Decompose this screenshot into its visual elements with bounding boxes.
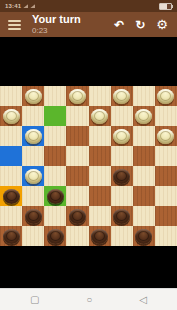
move-timer: 0:23	[32, 27, 81, 35]
android-nav-bar: ▢ ○ ◁	[0, 288, 177, 310]
signal-icon	[23, 4, 28, 8]
square-r5c6[interactable]	[133, 186, 155, 206]
black-piece[interactable]	[3, 189, 20, 204]
battery-icon	[159, 3, 172, 10]
square-r5c3[interactable]	[66, 186, 88, 206]
white-piece[interactable]	[25, 129, 42, 144]
app-bar: Your turn 0:23 ↶ ↻ ⚙	[0, 12, 177, 37]
square-r2c7[interactable]	[155, 126, 177, 146]
square-r7c1[interactable]	[22, 226, 44, 246]
square-r6c6[interactable]	[133, 206, 155, 226]
square-r5c1[interactable]	[22, 186, 44, 206]
square-r4c4[interactable]	[89, 166, 111, 186]
square-r1c4[interactable]	[89, 106, 111, 126]
turn-status-label: Your turn	[32, 14, 81, 25]
square-r6c4[interactable]	[89, 206, 111, 226]
app-bar-actions: ↶ ↻ ⚙	[114, 18, 168, 31]
square-r0c4[interactable]	[89, 86, 111, 106]
square-r0c3[interactable]	[66, 86, 88, 106]
checkers-board[interactable]	[0, 86, 177, 246]
square-r1c2[interactable]	[44, 106, 66, 126]
square-r1c0[interactable]	[0, 106, 22, 126]
square-r1c7[interactable]	[155, 106, 177, 126]
square-r6c3[interactable]	[66, 206, 88, 226]
white-piece[interactable]	[3, 109, 20, 124]
square-r2c2[interactable]	[44, 126, 66, 146]
square-r3c3[interactable]	[66, 146, 88, 166]
square-r5c5[interactable]	[111, 186, 133, 206]
signal-icon	[30, 4, 35, 8]
square-r0c2[interactable]	[44, 86, 66, 106]
square-r1c3[interactable]	[66, 106, 88, 126]
white-piece[interactable]	[25, 169, 42, 184]
square-r6c1[interactable]	[22, 206, 44, 226]
square-r3c4[interactable]	[89, 146, 111, 166]
square-r5c4[interactable]	[89, 186, 111, 206]
square-r3c1[interactable]	[22, 146, 44, 166]
square-r0c1[interactable]	[22, 86, 44, 106]
white-piece[interactable]	[91, 109, 108, 124]
square-r2c6[interactable]	[133, 126, 155, 146]
black-piece[interactable]	[113, 209, 130, 224]
white-piece[interactable]	[113, 129, 130, 144]
square-r3c5[interactable]	[111, 146, 133, 166]
square-r5c7[interactable]	[155, 186, 177, 206]
status-bar: 13:41	[0, 0, 177, 12]
square-r3c7[interactable]	[155, 146, 177, 166]
square-r4c2[interactable]	[44, 166, 66, 186]
black-piece[interactable]	[91, 229, 108, 244]
square-r2c3[interactable]	[66, 126, 88, 146]
title-block: Your turn 0:23	[32, 14, 81, 35]
square-r2c4[interactable]	[89, 126, 111, 146]
black-piece[interactable]	[47, 189, 64, 204]
square-r0c5[interactable]	[111, 86, 133, 106]
black-piece[interactable]	[25, 209, 42, 224]
square-r7c0[interactable]	[0, 226, 22, 246]
square-r4c3[interactable]	[66, 166, 88, 186]
square-r6c0[interactable]	[0, 206, 22, 226]
screen: 13:41 Your turn 0:23 ↶ ↻ ⚙ ▢ ○ ◁	[0, 0, 177, 310]
status-left: 13:41	[5, 3, 35, 9]
top-black-area	[0, 37, 177, 86]
square-r0c6[interactable]	[133, 86, 155, 106]
back-button[interactable]: ◁	[139, 295, 147, 305]
status-time: 13:41	[5, 3, 21, 9]
white-piece[interactable]	[135, 109, 152, 124]
square-r2c1[interactable]	[22, 126, 44, 146]
hamburger-menu-icon[interactable]	[8, 20, 21, 30]
square-r0c0[interactable]	[0, 86, 22, 106]
black-piece[interactable]	[69, 209, 86, 224]
black-piece[interactable]	[3, 229, 20, 244]
white-piece[interactable]	[113, 89, 130, 104]
square-r7c6[interactable]	[133, 226, 155, 246]
square-r4c1[interactable]	[22, 166, 44, 186]
square-r2c0[interactable]	[0, 126, 22, 146]
square-r4c7[interactable]	[155, 166, 177, 186]
black-piece[interactable]	[113, 169, 130, 184]
square-r7c2[interactable]	[44, 226, 66, 246]
square-r7c4[interactable]	[89, 226, 111, 246]
black-piece[interactable]	[47, 229, 64, 244]
square-r4c6[interactable]	[133, 166, 155, 186]
square-r1c1[interactable]	[22, 106, 44, 126]
square-r0c7[interactable]	[155, 86, 177, 106]
square-r2c5[interactable]	[111, 126, 133, 146]
bottom-black-area	[0, 246, 177, 288]
undo-icon[interactable]: ↶	[114, 19, 124, 31]
square-r6c2[interactable]	[44, 206, 66, 226]
square-r3c6[interactable]	[133, 146, 155, 166]
home-button[interactable]: ○	[86, 295, 92, 305]
square-r3c0[interactable]	[0, 146, 22, 166]
square-r1c5[interactable]	[111, 106, 133, 126]
square-r7c5[interactable]	[111, 226, 133, 246]
square-r6c7[interactable]	[155, 206, 177, 226]
square-r3c2[interactable]	[44, 146, 66, 166]
recents-button[interactable]: ▢	[30, 295, 39, 305]
square-r7c3[interactable]	[66, 226, 88, 246]
white-piece[interactable]	[157, 89, 174, 104]
square-r5c2[interactable]	[44, 186, 66, 206]
white-piece[interactable]	[157, 129, 174, 144]
white-piece[interactable]	[69, 89, 86, 104]
square-r5c0[interactable]	[0, 186, 22, 206]
white-piece[interactable]	[25, 89, 42, 104]
settings-gear-icon[interactable]: ⚙	[156, 18, 168, 31]
square-r6c5[interactable]	[111, 206, 133, 226]
redo-icon[interactable]: ↻	[135, 19, 145, 31]
square-r1c6[interactable]	[133, 106, 155, 126]
square-r7c7[interactable]	[155, 226, 177, 246]
black-piece[interactable]	[135, 229, 152, 244]
square-r4c0[interactable]	[0, 166, 22, 186]
square-r4c5[interactable]	[111, 166, 133, 186]
